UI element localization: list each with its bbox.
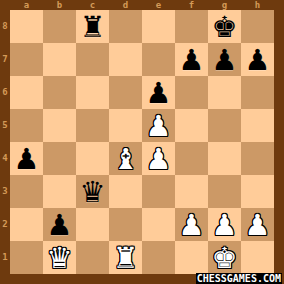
square-e2[interactable] [142,208,175,241]
square-e1[interactable] [142,241,175,274]
square-g1[interactable]: ♚ [208,241,241,274]
rank-label-6: 6 [0,76,10,109]
piece-white-rook[interactable]: ♜ [109,241,142,274]
square-c5[interactable] [76,109,109,142]
square-a2[interactable] [10,208,43,241]
piece-black-king[interactable]: ♚ [208,10,241,43]
square-f1[interactable] [175,241,208,274]
rank-label-7: 7 [0,43,10,76]
square-a3[interactable] [10,175,43,208]
square-g8[interactable]: ♚ [208,10,241,43]
piece-black-pawn[interactable]: ♟ [241,43,274,76]
square-e8[interactable] [142,10,175,43]
square-d7[interactable] [109,43,142,76]
piece-white-pawn[interactable]: ♟ [142,109,175,142]
square-g7[interactable]: ♟ [208,43,241,76]
square-f6[interactable] [175,76,208,109]
square-b7[interactable] [43,43,76,76]
square-f8[interactable] [175,10,208,43]
piece-white-pawn[interactable]: ♟ [175,208,208,241]
watermark: CHESSGAMES.COM [196,273,282,284]
square-f7[interactable]: ♟ [175,43,208,76]
square-h3[interactable] [241,175,274,208]
square-h6[interactable] [241,76,274,109]
square-g6[interactable] [208,76,241,109]
rank-label-5: 5 [0,109,10,142]
square-f5[interactable] [175,109,208,142]
rank-label-1: 1 [0,241,10,274]
piece-black-rook[interactable]: ♜ [76,10,109,43]
square-d3[interactable] [109,175,142,208]
square-g5[interactable] [208,109,241,142]
square-h1[interactable] [241,241,274,274]
square-b2[interactable]: ♟ [43,208,76,241]
piece-white-pawn[interactable]: ♟ [241,208,274,241]
file-label-a: a [10,0,43,10]
square-c6[interactable] [76,76,109,109]
square-e3[interactable] [142,175,175,208]
piece-black-pawn[interactable]: ♟ [208,43,241,76]
file-label-h: h [241,0,274,10]
square-f4[interactable] [175,142,208,175]
square-d2[interactable] [109,208,142,241]
square-h5[interactable] [241,109,274,142]
square-a6[interactable] [10,76,43,109]
piece-white-pawn[interactable]: ♟ [208,208,241,241]
rank-label-3: 3 [0,175,10,208]
square-e6[interactable]: ♟ [142,76,175,109]
rank-label-2: 2 [0,208,10,241]
square-c2[interactable] [76,208,109,241]
file-label-f: f [175,0,208,10]
square-c1[interactable] [76,241,109,274]
file-label-c: c [76,0,109,10]
square-c7[interactable] [76,43,109,76]
square-d6[interactable] [109,76,142,109]
file-label-g: g [208,0,241,10]
square-h8[interactable] [241,10,274,43]
square-a5[interactable] [10,109,43,142]
piece-white-bishop[interactable]: ♝ [109,142,142,175]
square-g2[interactable]: ♟ [208,208,241,241]
piece-black-pawn[interactable]: ♟ [10,142,43,175]
square-d1[interactable]: ♜ [109,241,142,274]
chess-board-frame: abcdefgh 87654321 ♜♚♟♟♟♟♟♟♝♟♛♟♟♟♟♛♜♚ CHE… [0,0,284,284]
square-d4[interactable]: ♝ [109,142,142,175]
square-g4[interactable] [208,142,241,175]
rank-label-8: 8 [0,10,10,43]
rank-label-4: 4 [0,142,10,175]
square-c4[interactable] [76,142,109,175]
square-d5[interactable] [109,109,142,142]
piece-white-queen[interactable]: ♛ [43,241,76,274]
square-f2[interactable]: ♟ [175,208,208,241]
square-a1[interactable] [10,241,43,274]
piece-black-pawn[interactable]: ♟ [43,208,76,241]
square-b5[interactable] [43,109,76,142]
square-c3[interactable]: ♛ [76,175,109,208]
square-h2[interactable]: ♟ [241,208,274,241]
piece-black-pawn[interactable]: ♟ [142,76,175,109]
square-a8[interactable] [10,10,43,43]
square-h4[interactable] [241,142,274,175]
square-c8[interactable]: ♜ [76,10,109,43]
file-label-b: b [43,0,76,10]
square-e4[interactable]: ♟ [142,142,175,175]
square-b6[interactable] [43,76,76,109]
square-a7[interactable] [10,43,43,76]
piece-black-pawn[interactable]: ♟ [175,43,208,76]
square-b4[interactable] [43,142,76,175]
square-b1[interactable]: ♛ [43,241,76,274]
square-b3[interactable] [43,175,76,208]
square-f3[interactable] [175,175,208,208]
square-g3[interactable] [208,175,241,208]
square-h7[interactable]: ♟ [241,43,274,76]
piece-white-pawn[interactable]: ♟ [142,142,175,175]
piece-black-queen[interactable]: ♛ [76,175,109,208]
piece-white-king[interactable]: ♚ [208,241,241,274]
file-label-d: d [109,0,142,10]
square-a4[interactable]: ♟ [10,142,43,175]
square-e5[interactable]: ♟ [142,109,175,142]
square-b8[interactable] [43,10,76,43]
square-e7[interactable] [142,43,175,76]
file-label-e: e [142,0,175,10]
chess-board[interactable]: ♜♚♟♟♟♟♟♟♝♟♛♟♟♟♟♛♜♚ [10,10,274,274]
square-d8[interactable] [109,10,142,43]
